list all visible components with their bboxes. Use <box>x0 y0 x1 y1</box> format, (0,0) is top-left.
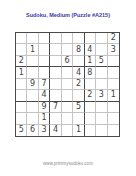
cell-r4c2[interactable] <box>27 67 38 78</box>
cell-r3c7[interactable]: 1 <box>85 56 96 67</box>
cell-r6c1[interactable] <box>16 90 27 101</box>
cell-r7c4[interactable]: 7 <box>50 102 61 113</box>
cell-r8c1[interactable] <box>16 113 27 124</box>
cell-r2c9[interactable]: 3 <box>108 44 119 55</box>
cell-r3c4[interactable] <box>50 56 61 67</box>
cell-r8c5[interactable] <box>62 113 73 124</box>
cell-r7c6[interactable]: 5 <box>73 102 84 113</box>
cell-r5c9[interactable] <box>108 79 119 90</box>
cell-r6c4[interactable] <box>50 90 61 101</box>
cell-r9c4[interactable]: 4 <box>50 125 61 136</box>
cell-r6c2[interactable] <box>27 90 38 101</box>
cell-r8c2[interactable] <box>27 113 38 124</box>
cell-r1c2[interactable] <box>27 33 38 44</box>
cell-r3c6[interactable] <box>73 56 84 67</box>
cell-r9c2[interactable]: 6 <box>27 125 38 136</box>
cell-r2c3[interactable] <box>39 44 50 55</box>
cell-r6c5[interactable] <box>62 90 73 101</box>
cell-r1c9[interactable]: 2 <box>108 33 119 44</box>
cell-r2c8[interactable] <box>96 44 107 55</box>
cell-r5c1[interactable] <box>16 79 27 90</box>
cell-r9c1[interactable]: 5 <box>16 125 27 136</box>
cell-r4c8[interactable] <box>96 67 107 78</box>
cell-r5c5[interactable] <box>62 79 73 90</box>
cell-r7c8[interactable] <box>96 102 107 113</box>
sudoku-board: 2184326151489724231975156341 <box>15 32 120 137</box>
cell-r5c8[interactable] <box>96 79 107 90</box>
cell-r3c5[interactable]: 6 <box>62 56 73 67</box>
cell-r1c1[interactable] <box>16 33 27 44</box>
cell-r2c7[interactable]: 4 <box>85 44 96 55</box>
cell-r8c9[interactable] <box>108 113 119 124</box>
cell-r7c3[interactable]: 9 <box>39 102 50 113</box>
cell-r2c6[interactable]: 8 <box>73 44 84 55</box>
cell-r4c4[interactable] <box>50 67 61 78</box>
cell-r4c7[interactable]: 8 <box>85 67 96 78</box>
cell-r4c1[interactable]: 1 <box>16 67 27 78</box>
cell-r9c9[interactable] <box>108 125 119 136</box>
cell-r7c1[interactable] <box>16 102 27 113</box>
cell-r9c3[interactable]: 3 <box>39 125 50 136</box>
cell-r9c7[interactable] <box>85 125 96 136</box>
cell-r1c5[interactable] <box>62 33 73 44</box>
cell-r7c9[interactable] <box>108 102 119 113</box>
page-title: Sudoku, Medium (Puzzle #A215) <box>0 12 136 18</box>
cell-r3c8[interactable]: 5 <box>96 56 107 67</box>
cell-r8c6[interactable] <box>73 113 84 124</box>
cell-r8c7[interactable] <box>85 113 96 124</box>
cell-r1c6[interactable] <box>73 33 84 44</box>
cell-r5c6[interactable]: 2 <box>73 79 84 90</box>
cell-r2c5[interactable] <box>62 44 73 55</box>
cell-r9c5[interactable] <box>62 125 73 136</box>
cell-r3c3[interactable] <box>39 56 50 67</box>
footer-url: www.printmysudoku.com <box>0 161 136 166</box>
cell-r5c7[interactable] <box>85 79 96 90</box>
cell-r4c3[interactable] <box>39 67 50 78</box>
cell-r1c8[interactable] <box>96 33 107 44</box>
cell-r9c6[interactable]: 1 <box>73 125 84 136</box>
cell-r7c7[interactable] <box>85 102 96 113</box>
cell-r3c1[interactable]: 2 <box>16 56 27 67</box>
cell-r4c9[interactable] <box>108 67 119 78</box>
cell-r4c6[interactable]: 4 <box>73 67 84 78</box>
cell-r2c1[interactable] <box>16 44 27 55</box>
cell-r5c3[interactable]: 7 <box>39 79 50 90</box>
cell-r4c5[interactable] <box>62 67 73 78</box>
cell-r1c7[interactable] <box>85 33 96 44</box>
cell-r1c3[interactable] <box>39 33 50 44</box>
cell-r2c4[interactable] <box>50 44 61 55</box>
cell-r6c9[interactable]: 1 <box>108 90 119 101</box>
cell-r7c2[interactable] <box>27 102 38 113</box>
cell-r6c3[interactable]: 4 <box>39 90 50 101</box>
cell-r7c5[interactable] <box>62 102 73 113</box>
cell-r8c8[interactable] <box>96 113 107 124</box>
cell-r8c4[interactable] <box>50 113 61 124</box>
cell-r6c7[interactable]: 2 <box>85 90 96 101</box>
cell-r5c4[interactable] <box>50 79 61 90</box>
cell-r5c2[interactable]: 9 <box>27 79 38 90</box>
cell-r6c6[interactable] <box>73 90 84 101</box>
cell-r8c3[interactable]: 1 <box>39 113 50 124</box>
cell-r6c8[interactable]: 3 <box>96 90 107 101</box>
cell-r3c9[interactable] <box>108 56 119 67</box>
cell-r9c8[interactable] <box>96 125 107 136</box>
cell-r3c2[interactable] <box>27 56 38 67</box>
cell-r2c2[interactable]: 1 <box>27 44 38 55</box>
cell-r1c4[interactable] <box>50 33 61 44</box>
